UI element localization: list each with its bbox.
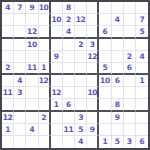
- cell-r12c9-given: 1: [99, 136, 111, 148]
- cell-r4c6-empty[interactable]: [63, 39, 75, 51]
- cell-r1c5-empty[interactable]: [51, 2, 63, 14]
- cell-r10c5-empty[interactable]: [51, 112, 63, 124]
- cell-r1c10-empty[interactable]: [112, 2, 124, 14]
- cell-r8c2-given: 3: [14, 87, 26, 99]
- cell-r12c3-empty[interactable]: [26, 136, 38, 148]
- cell-r6c10-empty[interactable]: [112, 63, 124, 75]
- cell-r7c10-given: 6: [112, 75, 124, 87]
- cell-r1c4-given: 10: [39, 2, 51, 14]
- cell-r11c9-empty[interactable]: [99, 124, 111, 136]
- cell-r5c8-given: 12: [87, 51, 99, 63]
- cell-r9c2-empty[interactable]: [14, 99, 26, 111]
- cell-r4c10-empty[interactable]: [112, 39, 124, 51]
- cell-r8c10-empty[interactable]: [112, 87, 124, 99]
- cell-r11c4-empty[interactable]: [39, 124, 51, 136]
- cell-r11c8-given: 9: [87, 124, 99, 136]
- cell-r4c1-empty[interactable]: [2, 39, 14, 51]
- cell-r4c9-empty[interactable]: [99, 39, 111, 51]
- cell-r11c7-given: 5: [75, 124, 87, 136]
- cell-r9c10-given: 8: [112, 99, 124, 111]
- cell-r9c3-empty[interactable]: [26, 99, 38, 111]
- cell-r3c1-empty[interactable]: [2, 26, 14, 38]
- cell-r5c6-empty[interactable]: [63, 51, 75, 63]
- cell-r4c11-empty[interactable]: [124, 39, 136, 51]
- cell-r3c4-empty[interactable]: [39, 26, 51, 38]
- cell-r8c6-empty[interactable]: [63, 87, 75, 99]
- cell-r9c8-empty[interactable]: [87, 99, 99, 111]
- cell-r10c1-given: 12: [2, 112, 14, 124]
- cell-r11c2-empty[interactable]: [14, 124, 26, 136]
- cell-r6c12-empty[interactable]: [136, 63, 148, 75]
- cell-r3c6-given: 4: [63, 26, 75, 38]
- cell-r12c6-empty[interactable]: [63, 136, 75, 148]
- cell-r5c1-empty[interactable]: [2, 51, 14, 63]
- cell-r6c7-empty[interactable]: [75, 63, 87, 75]
- cell-r8c4-empty[interactable]: [39, 87, 51, 99]
- cell-r11c3-given: 4: [26, 124, 38, 136]
- cell-r2c3-empty[interactable]: [26, 14, 38, 26]
- cell-r11c12-empty[interactable]: [136, 124, 148, 136]
- cell-r11c11-empty[interactable]: [124, 124, 136, 136]
- cell-r3c2-empty[interactable]: [14, 26, 26, 38]
- cell-r7c4-given: 12: [39, 75, 51, 87]
- cell-r4c2-empty[interactable]: [14, 39, 26, 51]
- cell-r5c4-empty[interactable]: [39, 51, 51, 63]
- cell-r9c7-empty[interactable]: [75, 99, 87, 111]
- cell-r1c3-given: 9: [26, 2, 38, 14]
- cell-r9c1-empty[interactable]: [2, 99, 14, 111]
- cell-r10c8-empty[interactable]: [87, 112, 99, 124]
- cell-r2c11-empty[interactable]: [124, 14, 136, 26]
- cell-r3c7-empty[interactable]: [75, 26, 87, 38]
- cell-r9c11-empty[interactable]: [124, 99, 136, 111]
- cell-r6c3-given: 11: [26, 63, 38, 75]
- cell-r12c1-empty[interactable]: [2, 136, 14, 148]
- cell-r12c7-given: 4: [75, 136, 87, 148]
- cell-r8c7-empty[interactable]: [75, 87, 87, 99]
- cell-r11c5-empty[interactable]: [51, 124, 63, 136]
- cell-r4c3-given: 10: [26, 39, 38, 51]
- cell-r8c3-empty[interactable]: [26, 87, 38, 99]
- cell-r1c9-empty[interactable]: [99, 2, 111, 14]
- cell-r9c5-given: 1: [51, 99, 63, 111]
- cell-r2c10-given: 4: [112, 14, 124, 26]
- cell-r11c6-given: 11: [63, 124, 75, 136]
- cell-r12c12-given: 6: [136, 136, 148, 148]
- cell-r3c10-empty[interactable]: [112, 26, 124, 38]
- cell-r8c9-empty[interactable]: [99, 87, 111, 99]
- cell-r3c8-empty[interactable]: [87, 26, 99, 38]
- cell-r4c12-empty[interactable]: [136, 39, 148, 51]
- cell-r10c3-empty[interactable]: [26, 112, 38, 124]
- cell-r11c10-empty[interactable]: [112, 124, 124, 136]
- cell-r3c11-empty[interactable]: [124, 26, 136, 38]
- cell-r6c9-given: 5: [99, 63, 111, 75]
- cell-r5c5-given: 9: [51, 51, 63, 63]
- cell-r1c7-empty[interactable]: [75, 2, 87, 14]
- cell-r12c11-given: 3: [124, 136, 136, 148]
- cell-r2c5-given: 10: [51, 14, 63, 26]
- cell-r11c1-given: 1: [2, 124, 14, 136]
- cell-r5c2-empty[interactable]: [14, 51, 26, 63]
- cell-r7c5-empty[interactable]: [51, 75, 63, 87]
- cell-r6c6-empty[interactable]: [63, 63, 75, 75]
- cell-r8c8-given: 10: [87, 87, 99, 99]
- cell-r7c2-given: 4: [14, 75, 26, 87]
- cell-r10c12-empty[interactable]: [136, 112, 148, 124]
- cell-r10c2-empty[interactable]: [14, 112, 26, 124]
- sudoku-board: 4791081021247124651023912242111564121061…: [0, 0, 150, 150]
- cell-r6c5-empty[interactable]: [51, 63, 63, 75]
- cell-r6c1-given: 2: [2, 63, 14, 75]
- cell-r5c3-empty[interactable]: [26, 51, 38, 63]
- cell-r8c5-given: 12: [51, 87, 63, 99]
- cell-r1c12-empty[interactable]: [136, 2, 148, 14]
- cell-r8c12-empty[interactable]: [136, 87, 148, 99]
- cell-r10c4-given: 2: [39, 112, 51, 124]
- cell-r5c12-given: 4: [136, 51, 148, 63]
- cell-r3c3-given: 12: [26, 26, 38, 38]
- cell-r10c10-given: 9: [112, 112, 124, 124]
- cell-r5c10-empty[interactable]: [112, 51, 124, 63]
- cell-r12c4-empty[interactable]: [39, 136, 51, 148]
- cell-r2c12-given: 7: [136, 14, 148, 26]
- cell-r6c11-given: 6: [124, 63, 136, 75]
- cell-r12c5-empty[interactable]: [51, 136, 63, 148]
- cell-r10c7-given: 3: [75, 112, 87, 124]
- cell-r2c9-empty[interactable]: [99, 14, 111, 26]
- cell-r5c9-empty[interactable]: [99, 51, 111, 63]
- cell-r9c6-given: 6: [63, 99, 75, 111]
- cell-r4c8-given: 3: [87, 39, 99, 51]
- cell-r4c7-given: 2: [75, 39, 87, 51]
- cell-r7c1-empty[interactable]: [2, 75, 14, 87]
- cell-r6c2-empty[interactable]: [14, 63, 26, 75]
- cell-r2c1-empty[interactable]: [2, 14, 14, 26]
- cell-r10c9-empty[interactable]: [99, 112, 111, 124]
- cell-r1c1-given: 4: [2, 2, 14, 14]
- cell-r5c11-given: 2: [124, 51, 136, 63]
- cell-r7c9-given: 10: [99, 75, 111, 87]
- cell-r10c11-empty[interactable]: [124, 112, 136, 124]
- cell-r2c7-given: 12: [75, 14, 87, 26]
- cell-r2c4-empty[interactable]: [39, 14, 51, 26]
- cell-r9c4-empty[interactable]: [39, 99, 51, 111]
- cell-r5c7-empty[interactable]: [75, 51, 87, 63]
- cell-r7c12-given: 1: [136, 75, 148, 87]
- cell-r7c8-empty[interactable]: [87, 75, 99, 87]
- cell-r6c4-given: 1: [39, 63, 51, 75]
- cell-r9c9-empty[interactable]: [99, 99, 111, 111]
- cell-r6c8-empty[interactable]: [87, 63, 99, 75]
- cell-r10c6-empty[interactable]: [63, 112, 75, 124]
- cell-r3c12-given: 5: [136, 26, 148, 38]
- cell-r12c2-empty[interactable]: [14, 136, 26, 148]
- cell-r12c8-empty[interactable]: [87, 136, 99, 148]
- cell-r2c6-given: 2: [63, 14, 75, 26]
- cell-r7c6-empty[interactable]: [63, 75, 75, 87]
- cell-r8c1-given: 11: [2, 87, 14, 99]
- cell-r2c2-empty[interactable]: [14, 14, 26, 26]
- cell-r1c2-given: 7: [14, 2, 26, 14]
- cell-r12c10-given: 5: [112, 136, 124, 148]
- cell-r4c5-empty[interactable]: [51, 39, 63, 51]
- cell-r7c11-empty[interactable]: [124, 75, 136, 87]
- cell-r1c8-empty[interactable]: [87, 2, 99, 14]
- cell-r4c4-empty[interactable]: [39, 39, 51, 51]
- cell-r8c11-empty[interactable]: [124, 87, 136, 99]
- cell-r3c9-given: 6: [99, 26, 111, 38]
- cell-r2c8-empty[interactable]: [87, 14, 99, 26]
- cell-r1c6-given: 8: [63, 2, 75, 14]
- cell-r7c3-empty[interactable]: [26, 75, 38, 87]
- cell-r3c5-empty[interactable]: [51, 26, 63, 38]
- cell-r9c12-empty[interactable]: [136, 99, 148, 111]
- cell-r1c11-empty[interactable]: [124, 2, 136, 14]
- cell-r7c7-empty[interactable]: [75, 75, 87, 87]
